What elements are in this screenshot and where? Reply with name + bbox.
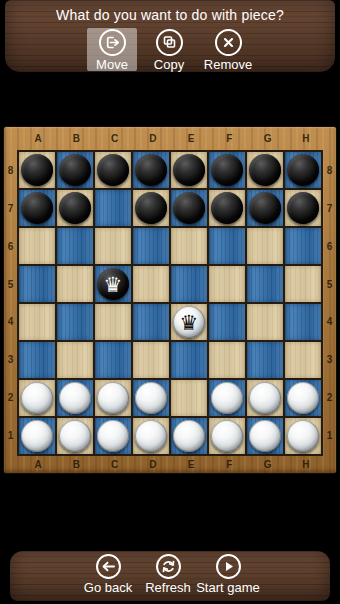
piece-white-man[interactable] [97,382,129,414]
square-c6[interactable] [95,228,131,264]
square-e6[interactable] [171,228,207,264]
square-d7[interactable] [133,190,169,226]
square-c5[interactable]: ♛ [95,266,131,302]
file-label: G [249,133,287,144]
square-a5[interactable] [19,266,55,302]
square-h8[interactable] [285,152,321,188]
square-f8[interactable] [209,152,245,188]
copy-label: Copy [144,58,194,71]
square-a3[interactable] [19,342,55,378]
piece-black-man[interactable] [97,154,129,186]
square-h5[interactable] [285,266,321,302]
rank-label: 6 [4,228,17,266]
rank-label: 1 [323,416,336,454]
piece-black-man[interactable] [287,192,319,224]
square-c2[interactable] [95,380,131,416]
file-label: A [19,133,57,144]
file-label: B [57,133,95,144]
remove-button[interactable]: Remove [203,28,253,71]
square-e3[interactable] [171,342,207,378]
piece-black-man[interactable] [59,192,91,224]
piece-white-king[interactable]: ♛ [173,306,205,338]
piece-black-man[interactable] [59,154,91,186]
rank-label: 7 [4,190,17,228]
file-label: F [210,133,248,144]
square-a1[interactable] [19,418,55,454]
remove-icon [215,29,242,56]
dialog-title: What do you want to do with piece? [5,7,335,23]
square-h2[interactable] [285,380,321,416]
rank-label: 5 [323,265,336,303]
rank-label: 7 [323,190,336,228]
piece-white-man[interactable] [211,420,243,452]
start-game-label: Start game [193,581,263,594]
square-c4[interactable] [95,304,131,340]
rank-label: 6 [323,228,336,266]
file-label: H [287,459,325,470]
square-b7[interactable] [57,190,93,226]
square-h6[interactable] [285,228,321,264]
piece-black-man[interactable] [173,192,205,224]
rank-label: 2 [4,379,17,417]
square-g1[interactable] [247,418,283,454]
checkers-board: ABCDEFGH ABCDEFGH 87654321 87654321 ♛♛ [3,126,337,474]
piece-white-man[interactable] [59,420,91,452]
piece-black-man[interactable] [211,192,243,224]
square-e8[interactable] [171,152,207,188]
file-label: H [287,133,325,144]
file-label: F [210,459,248,470]
rank-label: 3 [323,341,336,379]
king-crown-icon: ♛ [104,274,123,295]
square-h1[interactable] [285,418,321,454]
square-e1[interactable] [171,418,207,454]
refresh-icon [156,554,181,579]
move-label: Move [87,58,137,71]
rank-label: 8 [4,152,17,190]
rank-label: 1 [4,416,17,454]
remove-label: Remove [203,58,253,71]
square-f7[interactable] [209,190,245,226]
start-game-button[interactable]: Start game [193,554,263,594]
piece-white-man[interactable] [59,382,91,414]
square-f1[interactable] [209,418,245,454]
square-c3[interactable] [95,342,131,378]
square-h7[interactable] [285,190,321,226]
square-d2[interactable] [133,380,169,416]
rank-label: 4 [323,303,336,341]
square-b2[interactable] [57,380,93,416]
square-c1[interactable] [95,418,131,454]
square-a2[interactable] [19,380,55,416]
square-a7[interactable] [19,190,55,226]
file-labels-bottom: ABCDEFGH [19,456,325,473]
piece-white-man[interactable] [173,420,205,452]
square-e5[interactable] [171,266,207,302]
square-b1[interactable] [57,418,93,454]
piece-white-man[interactable] [287,420,319,452]
action-toolbar: What do you want to do with piece? Move … [5,0,335,72]
piece-white-man[interactable] [249,420,281,452]
file-label: E [172,459,210,470]
square-b4[interactable] [57,304,93,340]
file-label: E [172,133,210,144]
file-label: D [134,459,172,470]
piece-black-man[interactable] [21,154,53,186]
square-a8[interactable] [19,152,55,188]
square-g8[interactable] [247,152,283,188]
square-c7[interactable] [95,190,131,226]
square-g6[interactable] [247,228,283,264]
file-label: C [96,459,134,470]
piece-black-man[interactable] [211,154,243,186]
square-d4[interactable] [133,304,169,340]
square-g5[interactable] [247,266,283,302]
king-crown-icon: ♛ [180,312,199,333]
move-button[interactable]: Move [87,28,137,71]
square-d8[interactable] [133,152,169,188]
square-f3[interactable] [209,342,245,378]
file-label: B [57,459,95,470]
square-a4[interactable] [19,304,55,340]
copy-icon [156,29,183,56]
square-a6[interactable] [19,228,55,264]
square-d6[interactable] [133,228,169,264]
piece-black-man[interactable] [249,154,281,186]
square-c8[interactable] [95,152,131,188]
play-icon [216,554,241,579]
square-g4[interactable] [247,304,283,340]
square-d3[interactable] [133,342,169,378]
footer-toolbar: Go back Refresh Start game [10,551,330,601]
file-label: A [19,459,57,470]
back-icon [96,554,121,579]
piece-white-man[interactable] [135,382,167,414]
piece-black-man[interactable] [287,154,319,186]
square-b8[interactable] [57,152,93,188]
piece-white-man[interactable] [249,382,281,414]
board-grid: ♛♛ [17,150,323,456]
rank-labels-left: 87654321 [4,152,17,454]
piece-black-man[interactable] [249,192,281,224]
square-d5[interactable] [133,266,169,302]
square-e4[interactable]: ♛ [171,304,207,340]
square-b3[interactable] [57,342,93,378]
square-h3[interactable] [285,342,321,378]
rank-label: 8 [323,152,336,190]
square-b5[interactable] [57,266,93,302]
square-e7[interactable] [171,190,207,226]
file-labels-top: ABCDEFGH [19,127,325,150]
square-b6[interactable] [57,228,93,264]
piece-black-man[interactable] [135,192,167,224]
square-d1[interactable] [133,418,169,454]
copy-button[interactable]: Copy [144,28,194,71]
piece-white-man[interactable] [211,382,243,414]
rank-labels-right: 87654321 [323,152,336,454]
piece-black-man[interactable] [173,154,205,186]
square-f6[interactable] [209,228,245,264]
square-f4[interactable] [209,304,245,340]
square-g7[interactable] [247,190,283,226]
rank-label: 5 [4,265,17,303]
square-f2[interactable] [209,380,245,416]
square-g2[interactable] [247,380,283,416]
piece-white-man[interactable] [21,420,53,452]
piece-black-king[interactable]: ♛ [97,268,129,300]
piece-white-man[interactable] [135,420,167,452]
square-g3[interactable] [247,342,283,378]
rank-label: 4 [4,303,17,341]
piece-black-man[interactable] [21,192,53,224]
rank-label: 3 [4,341,17,379]
piece-white-man[interactable] [97,420,129,452]
file-label: G [249,459,287,470]
piece-black-man[interactable] [135,154,167,186]
square-f5[interactable] [209,266,245,302]
rank-label: 2 [323,379,336,417]
move-icon [99,29,126,56]
file-label: C [96,133,134,144]
file-label: D [134,133,172,144]
piece-white-man[interactable] [287,382,319,414]
square-h4[interactable] [285,304,321,340]
piece-white-man[interactable] [21,382,53,414]
square-e2[interactable] [171,380,207,416]
